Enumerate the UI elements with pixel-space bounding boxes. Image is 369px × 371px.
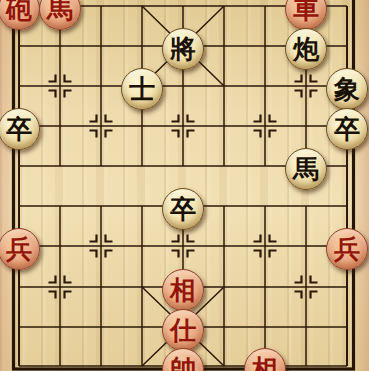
- xiangqi-board: 砲馬車將炮士象卒卒馬卒兵兵相仕帥相: [0, 0, 369, 371]
- black-soldier[interactable]: 卒: [326, 108, 368, 150]
- red-elephant[interactable]: 相: [162, 269, 204, 311]
- black-general[interactable]: 將: [162, 28, 204, 70]
- black-cannon[interactable]: 炮: [285, 28, 327, 70]
- black-soldier[interactable]: 卒: [162, 188, 204, 230]
- black-elephant[interactable]: 象: [326, 68, 368, 110]
- black-horse[interactable]: 馬: [285, 148, 327, 190]
- black-advisor[interactable]: 士: [121, 68, 163, 110]
- red-soldier[interactable]: 兵: [326, 228, 368, 270]
- red-soldier[interactable]: 兵: [0, 228, 40, 270]
- red-advisor[interactable]: 仕: [162, 309, 204, 351]
- black-soldier[interactable]: 卒: [0, 108, 40, 150]
